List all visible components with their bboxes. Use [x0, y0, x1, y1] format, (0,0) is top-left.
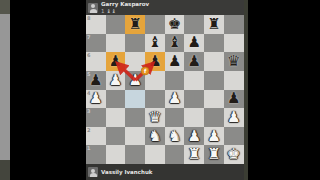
white-pawn-g2[interactable]: ♟	[204, 127, 224, 146]
white-king-h1[interactable]: ♚	[224, 145, 244, 164]
square-g7[interactable]	[204, 34, 224, 53]
black-bishop-d7[interactable]: ♝	[145, 34, 165, 53]
black-pawn-f7[interactable]: ♟	[184, 34, 204, 53]
square-f8[interactable]	[184, 15, 204, 34]
square-b6[interactable]: ♟	[106, 52, 126, 71]
square-e7[interactable]: ♝	[165, 34, 185, 53]
black-rook-c8[interactable]: ♜	[125, 15, 145, 34]
white-pawn-c5[interactable]: ♟	[125, 71, 145, 90]
black-rook-g8[interactable]: ♜	[204, 15, 224, 34]
square-e6[interactable]: ♟	[165, 52, 185, 71]
bottom-player-name: Vassily Ivanchuk	[101, 169, 153, 175]
square-b2[interactable]	[106, 127, 126, 146]
black-queen-h6[interactable]: ♛	[224, 52, 244, 71]
square-e4[interactable]: ♟	[165, 90, 185, 109]
white-pawn-h3[interactable]: ♟	[224, 108, 244, 127]
square-b5[interactable]: ♟	[106, 71, 126, 90]
black-pawn-h4[interactable]: ♟	[224, 90, 244, 109]
bottom-player-bar: Vassily Ivanchuk	[86, 164, 244, 180]
black-pawn-f6[interactable]: ♟	[184, 52, 204, 71]
black-pawn-e6[interactable]: ♟	[165, 52, 185, 71]
square-c2[interactable]	[125, 127, 145, 146]
square-h4[interactable]: ♟	[224, 90, 244, 109]
square-h7[interactable]	[224, 34, 244, 53]
top-player-bar: Garry Kasparov 1 ♝♝	[86, 0, 244, 15]
square-b4[interactable]	[106, 90, 126, 109]
white-rook-f1[interactable]: ♜	[184, 145, 204, 164]
material-count: 1	[101, 8, 105, 14]
square-d5[interactable]	[145, 71, 165, 90]
square-c8[interactable]: ♜	[125, 15, 145, 34]
square-g5[interactable]	[204, 71, 224, 90]
square-h1[interactable]: ♚	[224, 145, 244, 164]
square-h3[interactable]: ♟	[224, 108, 244, 127]
white-pawn-e4[interactable]: ♟	[165, 90, 185, 109]
video-frame: Garry Kasparov 1 ♝♝ 8♜♚♜7♝♝♟6♟♟♟♟♛5♟♟♟4♟…	[0, 0, 320, 180]
square-g1[interactable]: ♜	[204, 145, 224, 164]
rank-label-1: 1	[87, 145, 90, 151]
square-f3[interactable]	[184, 108, 204, 127]
captured-pieces-icons: ♝♝	[106, 8, 116, 14]
white-queen-d3[interactable]: ♛	[145, 108, 165, 127]
square-a1[interactable]: 1	[86, 145, 106, 164]
right-blur-strip	[243, 0, 248, 180]
square-b8[interactable]	[106, 15, 126, 34]
square-a5[interactable]: 5♟	[86, 71, 106, 90]
square-h6[interactable]: ♛	[224, 52, 244, 71]
square-c5[interactable]: ♟	[125, 71, 145, 90]
black-pawn-b6[interactable]: ♟	[106, 52, 126, 71]
square-f1[interactable]: ♜	[184, 145, 204, 164]
rank-label-8: 8	[87, 15, 90, 21]
square-e8[interactable]: ♚	[165, 15, 185, 34]
square-h2[interactable]	[224, 127, 244, 146]
square-b3[interactable]	[106, 108, 126, 127]
square-g6[interactable]	[204, 52, 224, 71]
square-h8[interactable]	[224, 15, 244, 34]
top-player-captured: 1 ♝♝	[101, 8, 149, 14]
square-e3[interactable]	[165, 108, 185, 127]
square-g3[interactable]	[204, 108, 224, 127]
square-a3[interactable]: 3	[86, 108, 106, 127]
white-rook-g1[interactable]: ♜	[204, 145, 224, 164]
black-pawn-d6[interactable]: ♟	[145, 52, 165, 71]
square-d6[interactable]: ♟	[145, 52, 165, 71]
rank-label-6: 6	[87, 52, 90, 58]
square-d2[interactable]: ♞	[145, 127, 165, 146]
square-g8[interactable]: ♜	[204, 15, 224, 34]
square-d4[interactable]	[145, 90, 165, 109]
black-king-e8[interactable]: ♚	[165, 15, 185, 34]
square-b1[interactable]	[106, 145, 126, 164]
square-f2[interactable]: ♟	[184, 127, 204, 146]
top-player-avatar	[88, 3, 98, 13]
square-f6[interactable]: ♟	[184, 52, 204, 71]
left-blur-strip	[0, 0, 10, 180]
square-f5[interactable]	[184, 71, 204, 90]
square-c7[interactable]	[125, 34, 145, 53]
chess-board[interactable]: 8♜♚♜7♝♝♟6♟♟♟♟♛5♟♟♟4♟♟♟3♛♟2♞♞♟♟1♜♜♚	[86, 15, 244, 164]
square-a7[interactable]: 7	[86, 34, 106, 53]
square-e1[interactable]	[165, 145, 185, 164]
white-pawn-f2[interactable]: ♟	[184, 127, 204, 146]
square-a2[interactable]: 2	[86, 127, 106, 146]
square-d8[interactable]	[145, 15, 165, 34]
square-g2[interactable]: ♟	[204, 127, 224, 146]
square-a4[interactable]: 4♟	[86, 90, 106, 109]
square-c1[interactable]	[125, 145, 145, 164]
square-b7[interactable]	[106, 34, 126, 53]
white-knight-d2[interactable]: ♞	[145, 127, 165, 146]
square-c4[interactable]	[125, 90, 145, 109]
square-f4[interactable]	[184, 90, 204, 109]
square-d7[interactable]: ♝	[145, 34, 165, 53]
square-f7[interactable]: ♟	[184, 34, 204, 53]
white-pawn-b5[interactable]: ♟	[106, 71, 126, 90]
square-e5[interactable]	[165, 71, 185, 90]
square-c6[interactable]	[125, 52, 145, 71]
square-a6[interactable]: 6	[86, 52, 106, 71]
white-pawn-a4[interactable]: ♟	[86, 90, 106, 109]
square-e2[interactable]: ♞	[165, 127, 185, 146]
white-knight-e2[interactable]: ♞	[165, 127, 185, 146]
square-d3[interactable]: ♛	[145, 108, 165, 127]
black-pawn-a5[interactable]: ♟	[86, 71, 106, 90]
rank-label-7: 7	[87, 34, 90, 40]
square-h5[interactable]	[224, 71, 244, 90]
bottom-player-avatar	[88, 167, 98, 177]
square-a8[interactable]: 8	[86, 15, 106, 34]
rank-label-3: 3	[87, 108, 90, 114]
black-bishop-e7[interactable]: ♝	[165, 34, 185, 53]
rank-label-2: 2	[87, 127, 90, 133]
square-c3[interactable]	[125, 108, 145, 127]
square-d1[interactable]	[145, 145, 165, 164]
square-g4[interactable]	[204, 90, 224, 109]
